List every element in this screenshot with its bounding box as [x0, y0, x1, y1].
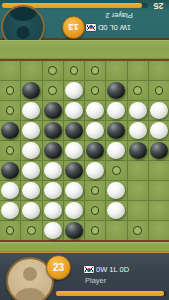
- board-cell[interactable]: [43, 201, 63, 220]
- legal-move-marker[interactable]: [6, 146, 15, 155]
- board-cell[interactable]: [128, 221, 148, 240]
- board-cell[interactable]: [149, 81, 169, 100]
- black-disc: [1, 122, 19, 139]
- white-disc: [107, 182, 125, 199]
- black-disc: [44, 102, 62, 119]
- white-disc: [65, 82, 83, 99]
- white-disc: [86, 162, 104, 179]
- board-cell[interactable]: [0, 201, 20, 220]
- white-disc: [129, 102, 147, 119]
- legal-move-marker[interactable]: [91, 186, 100, 195]
- board-cell[interactable]: [43, 61, 63, 80]
- board-cell[interactable]: [106, 221, 126, 240]
- board-cell[interactable]: [64, 161, 84, 180]
- black-disc: [65, 162, 83, 179]
- board-cell[interactable]: [128, 161, 148, 180]
- white-disc: [65, 202, 83, 219]
- board-cell[interactable]: [43, 181, 63, 200]
- black-disc: [44, 122, 62, 139]
- board-cell[interactable]: [43, 141, 63, 160]
- board-cell[interactable]: [64, 121, 84, 140]
- korea-flag-icon: [84, 266, 94, 273]
- opponent-level-badge: 13: [62, 16, 85, 39]
- white-disc: [22, 102, 40, 119]
- board-cell[interactable]: [85, 121, 105, 140]
- board-cell[interactable]: [128, 121, 148, 140]
- board-cell[interactable]: [21, 181, 41, 200]
- black-disc: [129, 142, 147, 159]
- white-disc: [86, 122, 104, 139]
- white-disc: [107, 102, 125, 119]
- board-cell[interactable]: [149, 121, 169, 140]
- legal-move-marker[interactable]: [48, 66, 57, 75]
- board-cell[interactable]: [128, 101, 148, 120]
- player-level-badge: 23: [46, 255, 71, 280]
- white-disc: [22, 142, 40, 159]
- black-disc: [22, 82, 40, 99]
- board-cell[interactable]: [0, 181, 20, 200]
- white-disc: [44, 202, 62, 219]
- board-cell[interactable]: [43, 221, 63, 240]
- board-cell[interactable]: [106, 81, 126, 100]
- white-disc: [1, 182, 19, 199]
- opponent-record-row: 1W 0L 0D: [86, 23, 131, 32]
- board-cell[interactable]: [85, 181, 105, 200]
- board-cell[interactable]: [21, 101, 41, 120]
- white-disc: [22, 122, 40, 139]
- legal-move-marker[interactable]: [6, 86, 15, 95]
- white-disc: [107, 202, 125, 219]
- legal-move-marker[interactable]: [112, 166, 121, 175]
- board-cell[interactable]: [128, 61, 148, 80]
- korea-flag-icon: [86, 24, 96, 31]
- white-disc: [65, 182, 83, 199]
- board-cell[interactable]: [64, 201, 84, 220]
- white-disc: [1, 202, 19, 219]
- board-cell[interactable]: [0, 221, 20, 240]
- board-cell[interactable]: [149, 221, 169, 240]
- opponent-name: Player 2: [90, 11, 148, 20]
- board-cell[interactable]: [0, 161, 20, 180]
- black-disc: [65, 122, 83, 139]
- board-cell[interactable]: [0, 101, 20, 120]
- opponent-turn-timer: 25: [150, 0, 167, 12]
- board-cell[interactable]: [21, 201, 41, 220]
- board-cell[interactable]: [149, 201, 169, 220]
- board-cell[interactable]: [149, 181, 169, 200]
- board-cell[interactable]: [43, 161, 63, 180]
- board-cell[interactable]: [149, 101, 169, 120]
- legal-move-marker[interactable]: [6, 226, 15, 235]
- legal-move-marker[interactable]: [91, 206, 100, 215]
- board-cell[interactable]: [106, 201, 126, 220]
- board-cell[interactable]: [128, 201, 148, 220]
- board-bottom-margin: [0, 240, 169, 253]
- board-cell[interactable]: [0, 141, 20, 160]
- board-cell[interactable]: [21, 121, 41, 140]
- white-disc: [150, 122, 168, 139]
- board-cell[interactable]: [43, 101, 63, 120]
- legal-move-marker[interactable]: [91, 86, 100, 95]
- board-cell[interactable]: [64, 61, 84, 80]
- board-cell[interactable]: [149, 161, 169, 180]
- board-cell[interactable]: [64, 81, 84, 100]
- white-disc: [44, 222, 62, 239]
- board-cell[interactable]: [106, 121, 126, 140]
- white-disc: [65, 102, 83, 119]
- opponent-panel: 25 13 Player 2 1W 0L 0D: [0, 0, 169, 40]
- board-cell[interactable]: [0, 81, 20, 100]
- board-cell[interactable]: [64, 221, 84, 240]
- player-record-row: 0W 1L 0D: [84, 265, 129, 274]
- board-cell[interactable]: [149, 141, 169, 160]
- player-record: 0W 1L 0D: [96, 265, 129, 274]
- board-cell[interactable]: [64, 181, 84, 200]
- black-disc: [65, 222, 83, 239]
- board-cell[interactable]: [85, 201, 105, 220]
- board-cell[interactable]: [85, 141, 105, 160]
- legal-move-marker[interactable]: [48, 86, 57, 95]
- black-disc: [86, 142, 104, 159]
- board-cell[interactable]: [85, 101, 105, 120]
- white-disc: [22, 202, 40, 219]
- legal-move-marker[interactable]: [27, 226, 36, 235]
- legal-move-marker[interactable]: [91, 226, 100, 235]
- opponent-record: 1W 0L 0D: [98, 23, 131, 32]
- board-cell[interactable]: [21, 81, 41, 100]
- board-cell[interactable]: [85, 161, 105, 180]
- board-cell[interactable]: [128, 81, 148, 100]
- board-cell[interactable]: [21, 161, 41, 180]
- legal-move-marker[interactable]: [155, 86, 164, 95]
- board-cell[interactable]: [106, 161, 126, 180]
- board-cell[interactable]: [21, 61, 41, 80]
- game-board: [0, 61, 169, 240]
- white-disc: [129, 122, 147, 139]
- board-top-margin: [0, 40, 169, 61]
- board-cell[interactable]: [106, 61, 126, 80]
- white-disc: [22, 162, 40, 179]
- white-disc: [107, 142, 125, 159]
- board-cell[interactable]: [64, 101, 84, 120]
- game-screen: 25 13 Player 2 1W 0L 0D: [0, 0, 169, 300]
- board-cell[interactable]: [128, 181, 148, 200]
- board-cell[interactable]: [0, 121, 20, 140]
- white-disc: [65, 142, 83, 159]
- player-xp-bar: [56, 291, 164, 296]
- legal-move-marker[interactable]: [133, 226, 142, 235]
- black-disc: [1, 162, 19, 179]
- board-cell[interactable]: [106, 181, 126, 200]
- black-disc: [44, 142, 62, 159]
- legal-move-marker[interactable]: [133, 86, 142, 95]
- board-cell[interactable]: [64, 141, 84, 160]
- board-cell[interactable]: [43, 81, 63, 100]
- player-name: Player: [85, 276, 106, 285]
- legal-move-marker[interactable]: [6, 106, 15, 115]
- board-frame: [0, 40, 169, 253]
- board-cell[interactable]: [21, 221, 41, 240]
- white-disc: [86, 102, 104, 119]
- white-disc: [22, 182, 40, 199]
- legal-move-marker[interactable]: [70, 66, 79, 75]
- board-cell[interactable]: [106, 101, 126, 120]
- board-cell[interactable]: [85, 61, 105, 80]
- black-disc: [107, 82, 125, 99]
- white-disc: [150, 102, 168, 119]
- board-cell[interactable]: [21, 141, 41, 160]
- white-disc: [44, 162, 62, 179]
- board-cell[interactable]: [85, 81, 105, 100]
- board-cell[interactable]: [149, 61, 169, 80]
- player-panel: 23 0W 1L 0D Player: [0, 253, 169, 300]
- black-disc: [150, 142, 168, 159]
- board-cell[interactable]: [128, 141, 148, 160]
- white-disc: [44, 182, 62, 199]
- board-cell[interactable]: [106, 141, 126, 160]
- legal-move-marker[interactable]: [91, 66, 100, 75]
- black-disc: [107, 122, 125, 139]
- board-cell[interactable]: [0, 61, 20, 80]
- board-cell[interactable]: [43, 121, 63, 140]
- board-cell[interactable]: [85, 221, 105, 240]
